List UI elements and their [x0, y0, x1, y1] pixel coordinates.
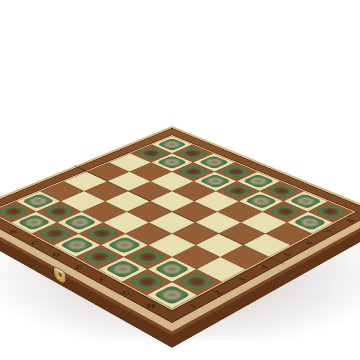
file-label-f: F	[94, 277, 110, 283]
file-label-c: C	[27, 241, 43, 246]
file-label-a: A	[0, 218, 1, 223]
felt-base	[130, 248, 166, 266]
scene: ♜♞♝♛♚♝♞♜♟♟♟♟♟♟♟♟♟♟♟♟♟♟♟♟♜♞♝♛♚♝♞♜ ABCDEFG…	[0, 0, 360, 360]
file-label-e: E	[71, 264, 87, 269]
rank-label-8: 8	[343, 217, 360, 225]
file-label-h: H	[143, 303, 159, 309]
felt-base	[153, 285, 191, 305]
brass-clasp-icon	[54, 266, 66, 284]
file-label-b: B	[6, 229, 22, 234]
felt-base	[59, 236, 95, 254]
rank-label-3: 3	[233, 275, 251, 285]
rank-label-5: 5	[279, 251, 297, 260]
felt-base	[293, 214, 327, 230]
rank-label-7: 7	[322, 228, 339, 236]
file-label-d: D	[48, 252, 64, 257]
felt-base	[82, 248, 118, 266]
rank-label-6: 6	[301, 239, 318, 248]
felt-base	[107, 236, 143, 254]
rank-label-4: 4	[256, 263, 274, 272]
file-label-g: G	[118, 290, 134, 296]
